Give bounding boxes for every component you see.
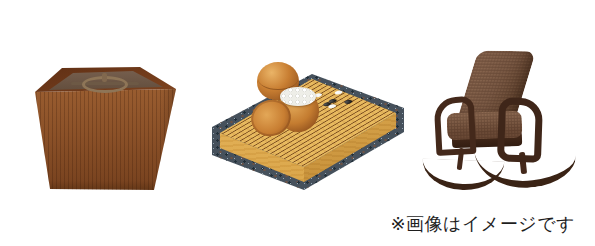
product-image-hibachi-box (28, 62, 186, 194)
product-image-rocking-chair (420, 48, 580, 196)
product-image-go-board-set (210, 16, 405, 196)
product-collage: ※画像はイメージです (0, 0, 595, 246)
disclaimer-caption: ※画像はイメージです (390, 212, 575, 236)
hibachi-trivet-knob (102, 73, 107, 82)
chair-armrest-left (434, 96, 477, 156)
white-stone (333, 90, 344, 95)
black-stone (343, 99, 354, 104)
white-stones-pile (280, 87, 315, 106)
chair-armrest-right (497, 97, 543, 162)
